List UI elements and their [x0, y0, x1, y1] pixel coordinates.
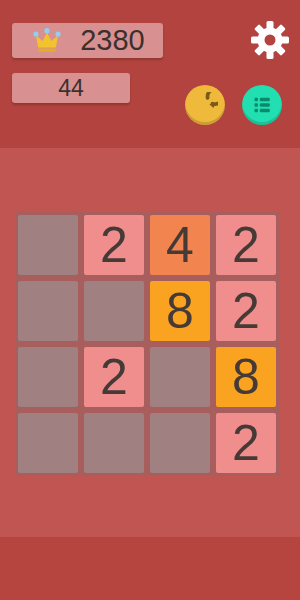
crown-icon — [32, 27, 62, 54]
tile-2: 2 — [216, 215, 276, 275]
empty-cell — [18, 413, 78, 473]
refresh-icon — [192, 92, 218, 118]
restart-button[interactable] — [185, 85, 225, 125]
footer-panel — [0, 537, 300, 600]
tile-2: 2 — [216, 413, 276, 473]
empty-cell — [84, 281, 144, 341]
board[interactable]: 24282282 — [15, 212, 279, 476]
current-score-bar: 44 — [12, 73, 130, 103]
tile-2: 2 — [216, 281, 276, 341]
empty-cell — [150, 413, 210, 473]
tile-2: 2 — [84, 215, 144, 275]
best-score-value: 2380 — [62, 23, 163, 58]
tile-4: 4 — [150, 215, 210, 275]
empty-cell — [18, 215, 78, 275]
empty-cell — [18, 281, 78, 341]
settings-button[interactable] — [248, 18, 292, 62]
menu-button[interactable] — [242, 85, 282, 125]
empty-cell — [150, 347, 210, 407]
empty-cell — [84, 413, 144, 473]
current-score-value: 44 — [58, 73, 84, 103]
list-icon — [250, 93, 274, 117]
tile-8: 8 — [150, 281, 210, 341]
empty-cell — [18, 347, 78, 407]
tile-8: 8 — [216, 347, 276, 407]
gear-icon — [248, 48, 292, 65]
best-score-bar: 2380 — [12, 23, 163, 58]
tile-2: 2 — [84, 347, 144, 407]
